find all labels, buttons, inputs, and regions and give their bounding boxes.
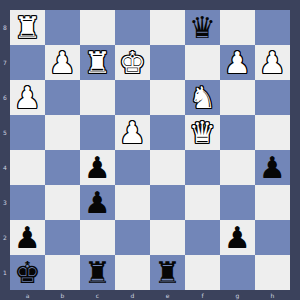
square-c7[interactable]: ♜ bbox=[80, 45, 115, 80]
square-b2[interactable] bbox=[45, 220, 80, 255]
rank-label: 6 bbox=[0, 80, 10, 115]
square-e6[interactable] bbox=[150, 80, 185, 115]
square-b8[interactable] bbox=[45, 10, 80, 45]
square-g8[interactable] bbox=[220, 10, 255, 45]
file-label: e bbox=[150, 290, 185, 300]
square-d8[interactable] bbox=[115, 10, 150, 45]
white-queen-icon[interactable]: ♛ bbox=[189, 115, 216, 150]
square-d7[interactable]: ♚ bbox=[115, 45, 150, 80]
square-f7[interactable] bbox=[185, 45, 220, 80]
square-a3[interactable] bbox=[10, 185, 45, 220]
square-e8[interactable] bbox=[150, 10, 185, 45]
rank-label: 5 bbox=[0, 115, 10, 150]
square-h3[interactable] bbox=[255, 185, 290, 220]
square-f1[interactable] bbox=[185, 255, 220, 290]
square-b3[interactable] bbox=[45, 185, 80, 220]
square-h5[interactable] bbox=[255, 115, 290, 150]
board-frame: ♜♛♟♜♚♟♟♟♞♟♛♟♟♟♟♟♚♜♜ 8 7 6 5 4 3 2 1 a b … bbox=[0, 0, 300, 300]
square-e3[interactable] bbox=[150, 185, 185, 220]
black-queen-icon[interactable]: ♛ bbox=[189, 10, 216, 45]
file-label: b bbox=[45, 290, 80, 300]
square-c2[interactable] bbox=[80, 220, 115, 255]
square-h6[interactable] bbox=[255, 80, 290, 115]
rank-label: 8 bbox=[0, 10, 10, 45]
square-g1[interactable] bbox=[220, 255, 255, 290]
square-e4[interactable] bbox=[150, 150, 185, 185]
square-c8[interactable] bbox=[80, 10, 115, 45]
square-e1[interactable]: ♜ bbox=[150, 255, 185, 290]
square-c6[interactable] bbox=[80, 80, 115, 115]
square-g7[interactable]: ♟ bbox=[220, 45, 255, 80]
square-b7[interactable]: ♟ bbox=[45, 45, 80, 80]
square-f4[interactable] bbox=[185, 150, 220, 185]
white-pawn-icon[interactable]: ♟ bbox=[259, 45, 286, 80]
black-rook-icon[interactable]: ♜ bbox=[154, 255, 181, 290]
black-king-icon[interactable]: ♚ bbox=[14, 255, 41, 290]
square-d1[interactable] bbox=[115, 255, 150, 290]
black-pawn-icon[interactable]: ♟ bbox=[84, 150, 111, 185]
square-b4[interactable] bbox=[45, 150, 80, 185]
white-pawn-icon[interactable]: ♟ bbox=[224, 45, 251, 80]
square-a7[interactable] bbox=[10, 45, 45, 80]
square-h2[interactable] bbox=[255, 220, 290, 255]
black-pawn-icon[interactable]: ♟ bbox=[84, 185, 111, 220]
square-d6[interactable] bbox=[115, 80, 150, 115]
rank-label: 3 bbox=[0, 185, 10, 220]
rank-label: 1 bbox=[0, 255, 10, 290]
square-g4[interactable] bbox=[220, 150, 255, 185]
square-a4[interactable] bbox=[10, 150, 45, 185]
square-c5[interactable] bbox=[80, 115, 115, 150]
square-g6[interactable] bbox=[220, 80, 255, 115]
white-rook-icon[interactable]: ♜ bbox=[14, 10, 41, 45]
chess-board: ♜♛♟♜♚♟♟♟♞♟♛♟♟♟♟♟♚♜♜ bbox=[10, 10, 290, 290]
square-f2[interactable] bbox=[185, 220, 220, 255]
square-h8[interactable] bbox=[255, 10, 290, 45]
square-f8[interactable]: ♛ bbox=[185, 10, 220, 45]
rank-label: 7 bbox=[0, 45, 10, 80]
square-h4[interactable]: ♟ bbox=[255, 150, 290, 185]
black-pawn-icon[interactable]: ♟ bbox=[259, 150, 286, 185]
square-f6[interactable]: ♞ bbox=[185, 80, 220, 115]
square-e7[interactable] bbox=[150, 45, 185, 80]
file-label: h bbox=[255, 290, 290, 300]
rank-label: 4 bbox=[0, 150, 10, 185]
white-rook-icon[interactable]: ♜ bbox=[84, 45, 111, 80]
white-knight-icon[interactable]: ♞ bbox=[189, 80, 216, 115]
square-c1[interactable]: ♜ bbox=[80, 255, 115, 290]
file-label: a bbox=[10, 290, 45, 300]
square-d3[interactable] bbox=[115, 185, 150, 220]
file-label: f bbox=[185, 290, 220, 300]
square-b6[interactable] bbox=[45, 80, 80, 115]
black-pawn-icon[interactable]: ♟ bbox=[224, 220, 251, 255]
square-g5[interactable] bbox=[220, 115, 255, 150]
square-a2[interactable]: ♟ bbox=[10, 220, 45, 255]
square-c4[interactable]: ♟ bbox=[80, 150, 115, 185]
rank-labels: 8 7 6 5 4 3 2 1 bbox=[0, 10, 10, 290]
rank-label: 2 bbox=[0, 220, 10, 255]
file-label: g bbox=[220, 290, 255, 300]
square-e5[interactable] bbox=[150, 115, 185, 150]
square-c3[interactable]: ♟ bbox=[80, 185, 115, 220]
square-d2[interactable] bbox=[115, 220, 150, 255]
black-pawn-icon[interactable]: ♟ bbox=[14, 220, 41, 255]
square-a8[interactable]: ♜ bbox=[10, 10, 45, 45]
file-label: c bbox=[80, 290, 115, 300]
square-b5[interactable] bbox=[45, 115, 80, 150]
file-labels: a b c d e f g h bbox=[10, 290, 290, 300]
white-pawn-icon[interactable]: ♟ bbox=[119, 115, 146, 150]
white-pawn-icon[interactable]: ♟ bbox=[49, 45, 76, 80]
square-g3[interactable] bbox=[220, 185, 255, 220]
square-a6[interactable]: ♟ bbox=[10, 80, 45, 115]
white-pawn-icon[interactable]: ♟ bbox=[14, 80, 41, 115]
square-f5[interactable]: ♛ bbox=[185, 115, 220, 150]
white-king-icon[interactable]: ♚ bbox=[119, 45, 146, 80]
square-a1[interactable]: ♚ bbox=[10, 255, 45, 290]
file-label: d bbox=[115, 290, 150, 300]
square-h1[interactable] bbox=[255, 255, 290, 290]
square-f3[interactable] bbox=[185, 185, 220, 220]
square-e2[interactable] bbox=[150, 220, 185, 255]
square-d5[interactable]: ♟ bbox=[115, 115, 150, 150]
square-h7[interactable]: ♟ bbox=[255, 45, 290, 80]
square-d4[interactable] bbox=[115, 150, 150, 185]
black-rook-icon[interactable]: ♜ bbox=[84, 255, 111, 290]
square-b1[interactable] bbox=[45, 255, 80, 290]
square-g2[interactable]: ♟ bbox=[220, 220, 255, 255]
square-a5[interactable] bbox=[10, 115, 45, 150]
